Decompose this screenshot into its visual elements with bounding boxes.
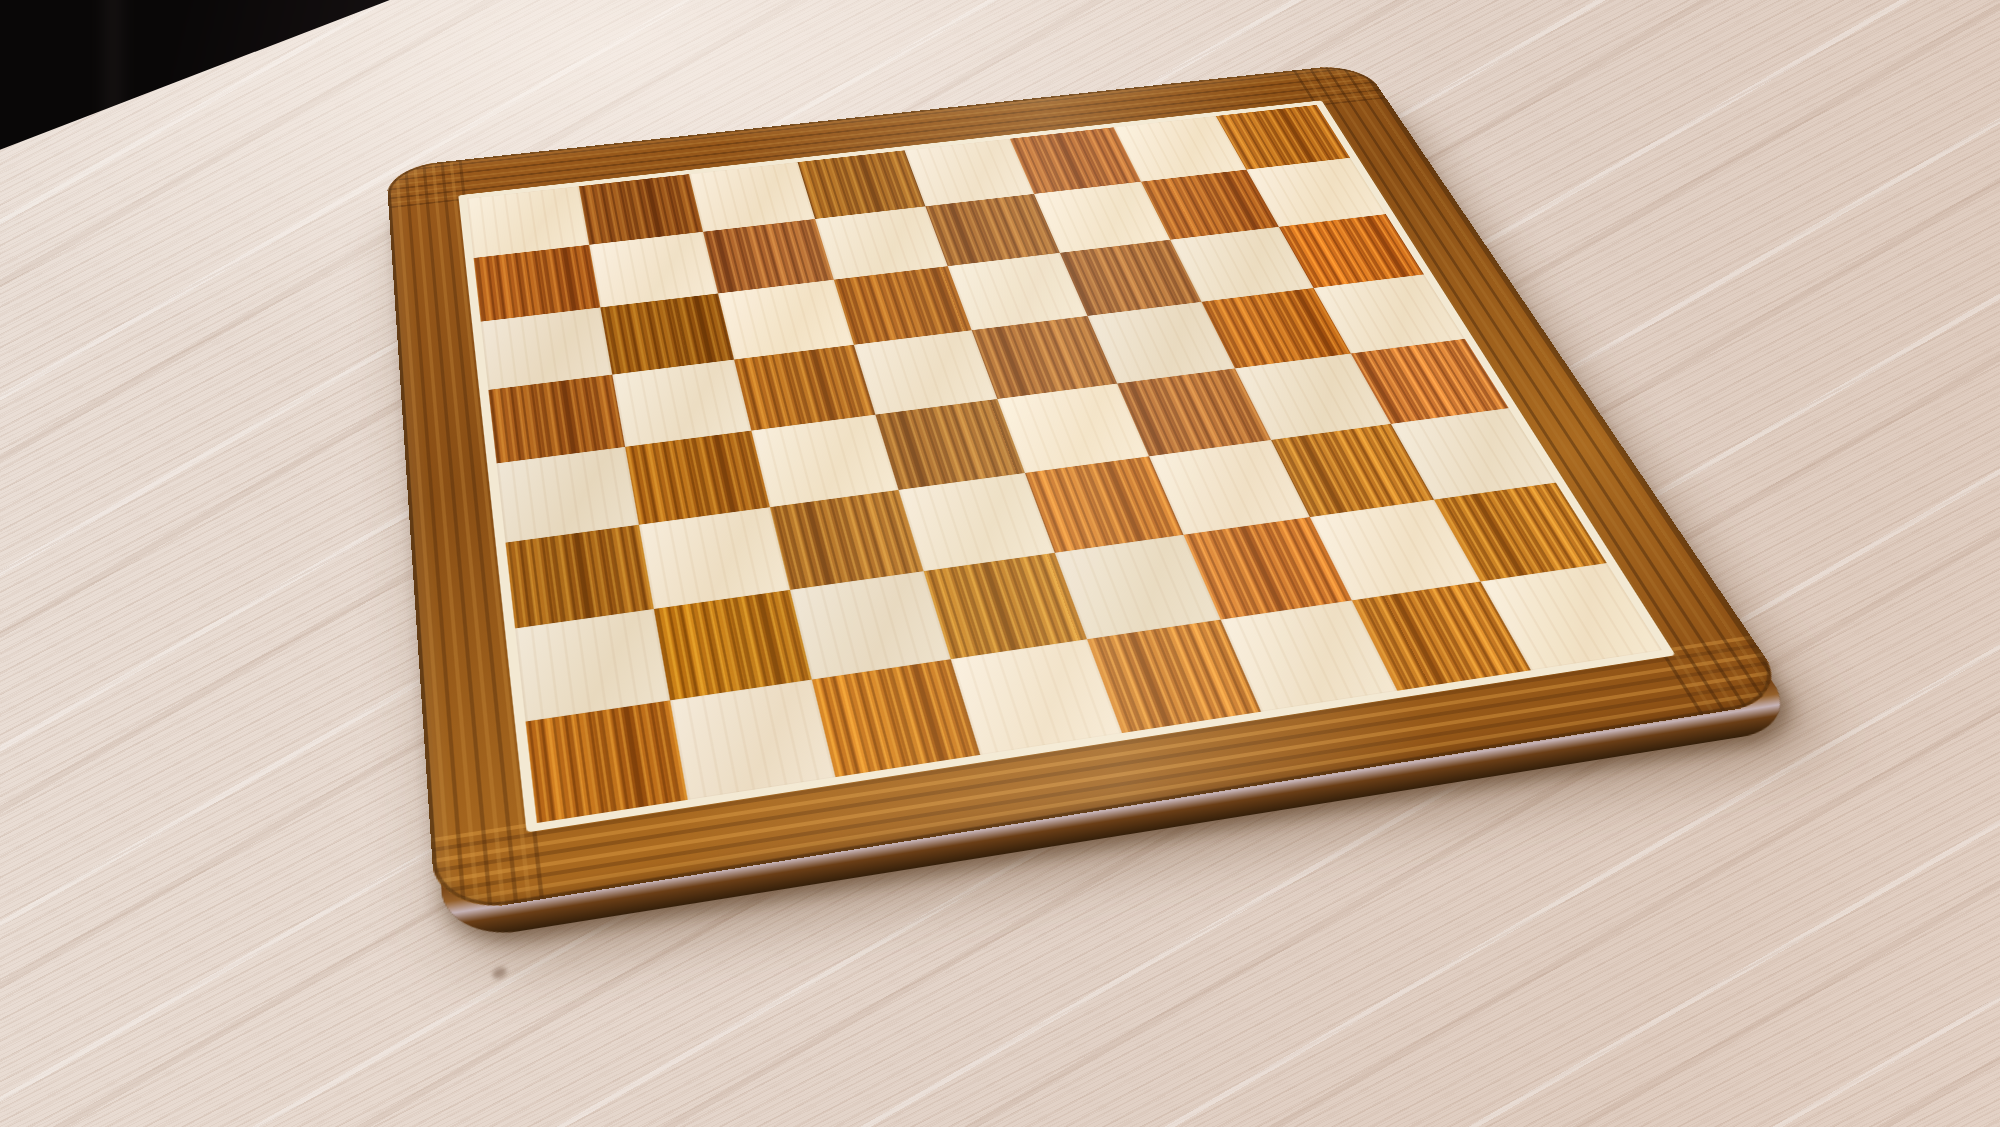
table-knot-speck	[491, 965, 509, 981]
square-c1[interactable]	[812, 659, 980, 777]
chessboard	[386, 63, 1794, 916]
square-a1[interactable]	[526, 700, 688, 823]
square-b1[interactable]	[670, 680, 835, 800]
photo-scene	[0, 0, 2000, 1127]
